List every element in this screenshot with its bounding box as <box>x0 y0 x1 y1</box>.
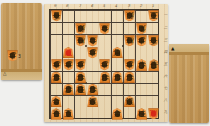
star-point <box>122 45 124 47</box>
piece-kanji: 歩 <box>87 48 98 57</box>
shogi-piece-香[interactable]: 香 <box>51 10 62 21</box>
shogi-piece-歩[interactable]: 歩 <box>87 47 98 58</box>
piece-kanji: 龍 <box>63 48 74 57</box>
piece-kanji: 桂 <box>75 85 86 94</box>
shogi-piece-歩[interactable]: 歩 <box>63 84 74 95</box>
shogi-piece-歩[interactable]: 歩 <box>51 72 62 83</box>
piece-kanji: 歩 <box>99 60 110 69</box>
rank-label: 六 <box>162 70 168 82</box>
piece-kanji: 香 <box>51 12 62 21</box>
piece-kanji: 桂 <box>75 36 86 45</box>
shogi-piece-歩[interactable]: 歩 <box>99 59 110 70</box>
piece-kanji: 香 <box>148 60 159 69</box>
piece-kanji: 香 <box>148 36 159 45</box>
shogi-piece-金[interactable]: 金 <box>112 108 123 119</box>
komadai-black: ▲ <box>169 44 209 123</box>
piece-kanji: 銀 <box>124 97 135 106</box>
rank-label: 二 <box>162 21 168 33</box>
shogi-piece-歩[interactable]: 歩 <box>7 50 18 61</box>
piece-kanji: 王 <box>148 12 159 21</box>
shogi-piece-香[interactable]: 香 <box>148 59 159 70</box>
komadai-black-strip: ▲ <box>169 44 209 55</box>
shogi-board[interactable]: 987654321 一二三四五六七八九 香銀王銀金角桂金桂歩香龍歩角歩歩歩歩歩歩… <box>44 4 168 122</box>
komadai-white: △ 歩3 <box>1 3 42 80</box>
piece-kanji: 香 <box>51 109 62 118</box>
shogi-piece-銀[interactable]: 銀 <box>124 96 135 107</box>
rank-label: 七 <box>162 82 168 94</box>
piece-kanji: 金 <box>51 97 62 106</box>
piece-kanji: 金 <box>87 36 98 45</box>
piece-kanji: 歩 <box>75 73 86 82</box>
piece-kanji: 玉 <box>63 109 74 118</box>
shogi-piece-桂[interactable]: 桂 <box>75 35 86 46</box>
piece-kanji: 歩 <box>63 60 74 69</box>
shogi-app: △ 歩3 987654321 一二三四五六七八九 香銀王銀金角桂金桂歩香龍歩角歩… <box>0 0 210 126</box>
shogi-piece-龍[interactable]: 龍 <box>148 108 159 119</box>
gote-indicator: △ <box>3 71 6 76</box>
piece-kanji: 銀 <box>75 24 86 33</box>
shogi-piece-桂[interactable]: 桂 <box>136 108 147 119</box>
shogi-piece-歩[interactable]: 歩 <box>136 59 147 70</box>
piece-kanji: 歩 <box>124 73 135 82</box>
piece-kanji: 歩 <box>75 60 86 69</box>
shogi-piece-歩[interactable]: 歩 <box>87 84 98 95</box>
piece-kanji: 銀 <box>124 12 135 21</box>
piece-kanji: 歩 <box>51 73 62 82</box>
shogi-piece-銀[interactable]: 銀 <box>124 10 135 21</box>
shogi-piece-金[interactable]: 金 <box>87 35 98 46</box>
shogi-piece-角[interactable]: 角 <box>112 47 123 58</box>
shogi-piece-桂[interactable]: 桂 <box>124 35 135 46</box>
piece-kanji: 桂 <box>136 109 147 118</box>
piece-kanji: 角 <box>112 48 123 57</box>
hand-count: 3 <box>18 54 21 59</box>
piece-kanji: 金 <box>112 109 123 118</box>
rank-label: 三 <box>162 33 168 45</box>
shogi-piece-香[interactable]: 香 <box>51 108 62 119</box>
piece-kanji: 銀 <box>87 97 98 106</box>
piece-kanji: 桂 <box>124 36 135 45</box>
piece-kanji: 歩 <box>99 73 110 82</box>
shogi-piece-王[interactable]: 王 <box>148 10 159 21</box>
piece-kanji: 歩 <box>136 36 147 45</box>
shogi-piece-香[interactable]: 香 <box>148 35 159 46</box>
shogi-piece-桂[interactable]: 桂 <box>75 84 86 95</box>
komadai-white-strip: △ <box>1 69 42 80</box>
rank-labels: 一二三四五六七八九 <box>162 9 168 119</box>
piece-kanji: 角 <box>136 24 147 33</box>
shogi-piece-歩[interactable]: 歩 <box>75 59 86 70</box>
piece-kanji: 歩 <box>112 73 123 82</box>
star-point <box>85 45 87 47</box>
board-grid[interactable]: 香銀王銀金角桂金桂歩香龍歩角歩歩歩歩歩歩香歩歩歩歩歩歩桂歩金銀銀香玉金桂龍 <box>49 9 159 119</box>
piece-kanji: 歩 <box>124 60 135 69</box>
rank-label: 一 <box>162 9 168 21</box>
piece-kanji: 歩 <box>51 60 62 69</box>
rank-label: 九 <box>162 107 168 119</box>
piece-kanji: 金 <box>99 24 110 33</box>
piece-kanji: 歩 <box>136 60 147 69</box>
shogi-piece-龍[interactable]: 龍 <box>63 47 74 58</box>
shogi-piece-金[interactable]: 金 <box>99 23 110 34</box>
shogi-piece-歩[interactable]: 歩 <box>112 72 123 83</box>
piece-kanji: 歩 <box>7 51 18 60</box>
shogi-piece-歩[interactable]: 歩 <box>124 59 135 70</box>
shogi-piece-歩[interactable]: 歩 <box>136 35 147 46</box>
shogi-piece-銀[interactable]: 銀 <box>75 23 86 34</box>
rank-label: 四 <box>162 46 168 58</box>
shogi-piece-歩[interactable]: 歩 <box>75 72 86 83</box>
piece-kanji: 歩 <box>87 85 98 94</box>
shogi-piece-歩[interactable]: 歩 <box>51 59 62 70</box>
shogi-piece-歩[interactable]: 歩 <box>124 72 135 83</box>
shogi-piece-玉[interactable]: 玉 <box>63 108 74 119</box>
piece-kanji: 歩 <box>63 85 74 94</box>
sente-indicator: ▲ <box>171 46 174 51</box>
shogi-piece-歩[interactable]: 歩 <box>63 59 74 70</box>
shogi-piece-歩[interactable]: 歩 <box>99 72 110 83</box>
shogi-piece-金[interactable]: 金 <box>51 96 62 107</box>
shogi-piece-銀[interactable]: 銀 <box>87 96 98 107</box>
piece-kanji: 龍 <box>148 109 159 118</box>
rank-label: 五 <box>162 58 168 70</box>
rank-label: 八 <box>162 95 168 107</box>
shogi-piece-角[interactable]: 角 <box>136 23 147 34</box>
